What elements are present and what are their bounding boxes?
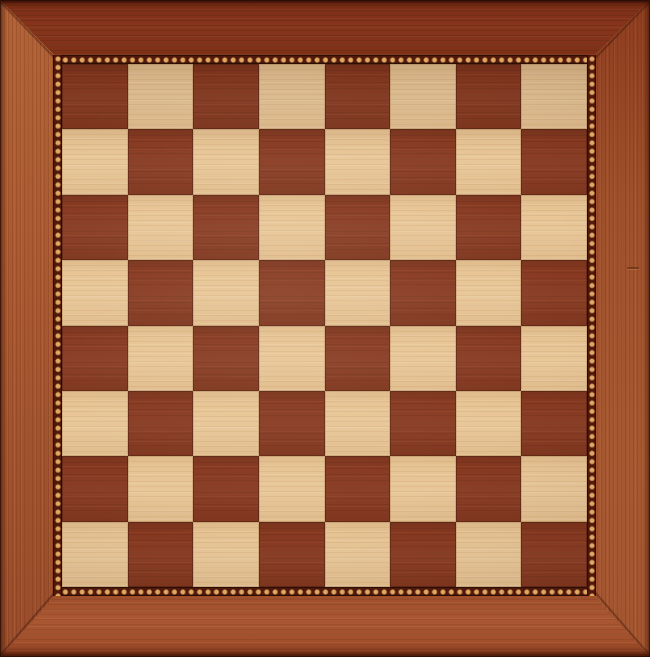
square-f7[interactable]	[390, 129, 456, 194]
square-a7[interactable]	[62, 129, 128, 194]
square-f4[interactable]	[390, 326, 456, 391]
square-c1[interactable]	[193, 522, 259, 587]
frame-rail-right	[593, 0, 650, 657]
square-b4[interactable]	[128, 326, 194, 391]
square-d4[interactable]	[259, 326, 325, 391]
square-a5[interactable]	[62, 260, 128, 325]
square-e4[interactable]	[325, 326, 391, 391]
square-a8[interactable]	[62, 64, 128, 129]
square-h6[interactable]	[521, 195, 587, 260]
frame-rail-left	[0, 0, 56, 657]
square-f8[interactable]	[390, 64, 456, 129]
square-g6[interactable]	[456, 195, 522, 260]
square-d3[interactable]	[259, 391, 325, 456]
square-b5[interactable]	[128, 260, 194, 325]
square-g2[interactable]	[456, 456, 522, 521]
square-b2[interactable]	[128, 456, 194, 521]
square-c7[interactable]	[193, 129, 259, 194]
square-e6[interactable]	[325, 195, 391, 260]
square-a3[interactable]	[62, 391, 128, 456]
square-a1[interactable]	[62, 522, 128, 587]
square-g8[interactable]	[456, 64, 522, 129]
square-c3[interactable]	[193, 391, 259, 456]
square-h3[interactable]	[521, 391, 587, 456]
square-b6[interactable]	[128, 195, 194, 260]
square-c5[interactable]	[193, 260, 259, 325]
chessboard-photo	[0, 0, 650, 657]
square-d8[interactable]	[259, 64, 325, 129]
square-d2[interactable]	[259, 456, 325, 521]
square-a2[interactable]	[62, 456, 128, 521]
square-e2[interactable]	[325, 456, 391, 521]
square-a4[interactable]	[62, 326, 128, 391]
square-c2[interactable]	[193, 456, 259, 521]
square-g4[interactable]	[456, 326, 522, 391]
square-e3[interactable]	[325, 391, 391, 456]
square-b8[interactable]	[128, 64, 194, 129]
square-h7[interactable]	[521, 129, 587, 194]
square-f3[interactable]	[390, 391, 456, 456]
square-g7[interactable]	[456, 129, 522, 194]
square-e7[interactable]	[325, 129, 391, 194]
square-c8[interactable]	[193, 64, 259, 129]
square-d7[interactable]	[259, 129, 325, 194]
square-h1[interactable]	[521, 522, 587, 587]
square-c4[interactable]	[193, 326, 259, 391]
square-a6[interactable]	[62, 195, 128, 260]
square-b1[interactable]	[128, 522, 194, 587]
frame-rail-top	[0, 0, 650, 58]
square-f6[interactable]	[390, 195, 456, 260]
square-b7[interactable]	[128, 129, 194, 194]
square-g5[interactable]	[456, 260, 522, 325]
square-g3[interactable]	[456, 391, 522, 456]
square-d1[interactable]	[259, 522, 325, 587]
square-f2[interactable]	[390, 456, 456, 521]
square-e1[interactable]	[325, 522, 391, 587]
square-h8[interactable]	[521, 64, 587, 129]
square-f5[interactable]	[390, 260, 456, 325]
wood-scratch-mark	[627, 267, 639, 269]
square-e8[interactable]	[325, 64, 391, 129]
square-d5[interactable]	[259, 260, 325, 325]
square-g1[interactable]	[456, 522, 522, 587]
frame-rail-bottom	[0, 594, 650, 657]
square-f1[interactable]	[390, 522, 456, 587]
square-h2[interactable]	[521, 456, 587, 521]
square-h5[interactable]	[521, 260, 587, 325]
square-b3[interactable]	[128, 391, 194, 456]
squares-grid	[62, 64, 587, 587]
square-h4[interactable]	[521, 326, 587, 391]
square-d6[interactable]	[259, 195, 325, 260]
square-e5[interactable]	[325, 260, 391, 325]
square-c6[interactable]	[193, 195, 259, 260]
